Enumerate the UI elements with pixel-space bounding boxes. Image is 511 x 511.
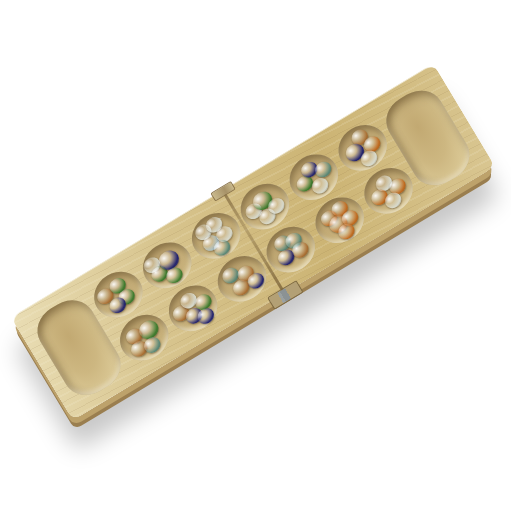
mancala-board (11, 63, 496, 420)
hinge-icon (267, 280, 303, 310)
mancala-photo-scene (0, 0, 511, 511)
glass-stone-clear (309, 175, 331, 197)
board-perspective-wrap (11, 63, 496, 420)
hinge-icon (210, 181, 236, 202)
